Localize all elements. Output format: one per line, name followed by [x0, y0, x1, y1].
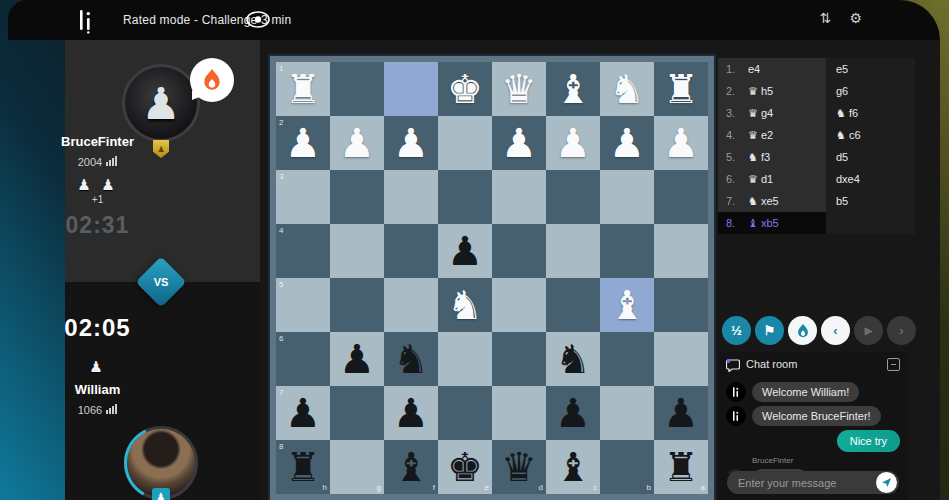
move-white[interactable]: 2.♛h5: [718, 80, 826, 102]
chat-message-input[interactable]: [727, 471, 899, 494]
move-text: f6: [849, 107, 858, 119]
move-row: 8.♝xb5: [718, 212, 915, 234]
square-d6[interactable]: [492, 332, 546, 386]
square-g2[interactable]: ♟: [330, 116, 384, 170]
board-frame: 1♜♚♛♝♞♜2♟♟♟♟♟♟♟34♟5♞♝6♟♞♞7♟♟♟♟8h♜gf♝e♚d♛…: [270, 56, 714, 500]
black-pawn[interactable]: ♟: [285, 393, 321, 433]
piece-icon-knight: ♞: [836, 107, 846, 120]
opponent-name: BruceFinter: [0, 134, 195, 149]
square-a6[interactable]: [654, 332, 708, 386]
move-row: 5.♞f3d5: [718, 146, 915, 168]
square-c8[interactable]: c♝: [546, 440, 600, 494]
square-g5[interactable]: [330, 278, 384, 332]
move-black[interactable]: ♞c6: [826, 124, 915, 146]
square-c3[interactable]: [546, 170, 600, 224]
spectate-eye-icon[interactable]: [246, 11, 270, 28]
move-text: e5: [836, 63, 848, 75]
move-number: 8.: [718, 217, 748, 229]
move-row: 2.♛h5g6: [718, 80, 915, 102]
square-b1[interactable]: ♞: [600, 62, 654, 116]
white-pawn[interactable]: ♟: [609, 123, 645, 163]
send-message-button[interactable]: [876, 472, 897, 493]
system-logo-avatar: [726, 406, 746, 426]
black-knight[interactable]: ♞: [555, 339, 591, 379]
move-row: 6.♛d1dxe4: [718, 168, 915, 190]
piece-icon-knight: ♞: [748, 195, 758, 208]
white-rook[interactable]: ♜: [663, 69, 699, 109]
hint-flame-button[interactable]: [788, 316, 817, 345]
rank-badge-teal: ♟: [152, 488, 170, 500]
square-d8[interactable]: d♛: [492, 440, 546, 494]
square-d2[interactable]: ♟: [492, 116, 546, 170]
square-b8[interactable]: b: [600, 440, 654, 494]
white-pawn[interactable]: ♟: [555, 123, 591, 163]
rank-label: 8: [279, 442, 283, 451]
square-e3[interactable]: [438, 170, 492, 224]
action-buttons: ½⚑‹▶›: [722, 316, 916, 345]
move-white[interactable]: 4.♛e2: [718, 124, 826, 146]
move-black[interactable]: g6: [826, 80, 915, 102]
move-white[interactable]: 3.♛g4: [718, 102, 826, 124]
square-c2[interactable]: ♟: [546, 116, 600, 170]
opponent-captured-pieces: ♟ ♟: [0, 176, 195, 194]
black-rook[interactable]: ♜: [663, 447, 699, 487]
file-label: d: [539, 483, 543, 492]
square-h6[interactable]: 6: [276, 332, 330, 386]
move-white[interactable]: 8.♝xb5: [718, 212, 826, 234]
move-text: dxe4: [836, 173, 860, 185]
move-row: 1.e4e5: [718, 58, 915, 80]
square-a5[interactable]: [654, 278, 708, 332]
square-e4[interactable]: ♟: [438, 224, 492, 278]
black-pawn[interactable]: ♟: [393, 393, 429, 433]
square-g6[interactable]: ♟: [330, 332, 384, 386]
chat-message-row: Welcome BruceFinter!: [726, 406, 900, 426]
square-d5[interactable]: [492, 278, 546, 332]
move-text: b5: [836, 195, 848, 207]
move-white[interactable]: 5.♞f3: [718, 146, 826, 168]
white-queen[interactable]: ♛: [501, 69, 537, 109]
flame-streak-bubble: [190, 58, 234, 102]
black-queen[interactable]: ♛: [501, 447, 537, 487]
square-c4[interactable]: [546, 224, 600, 278]
square-c5[interactable]: [546, 278, 600, 332]
file-label: e: [485, 483, 489, 492]
move-text: xb5: [761, 217, 779, 229]
white-rook[interactable]: ♜: [285, 69, 321, 109]
settings-icon[interactable]: ⚙: [849, 10, 862, 26]
chess-board: 1♜♚♛♝♞♜2♟♟♟♟♟♟♟34♟5♞♝6♟♞♞7♟♟♟♟8h♜gf♝e♚d♛…: [276, 62, 708, 494]
rank-label: 1: [279, 64, 283, 73]
rank-label: 7: [279, 388, 283, 397]
square-b6[interactable]: [600, 332, 654, 386]
chat-header: Chat room: [718, 352, 908, 376]
rank-label: 5: [279, 280, 283, 289]
square-a4[interactable]: [654, 224, 708, 278]
piece-icon-queen: ♛: [748, 173, 758, 186]
square-g1[interactable]: [330, 62, 384, 116]
move-number: 3.: [718, 107, 748, 119]
square-h2[interactable]: 2♟: [276, 116, 330, 170]
piece-icon-queen: ♛: [748, 129, 758, 142]
piece-icon-knight: ♞: [748, 151, 758, 164]
square-c7[interactable]: ♟: [546, 386, 600, 440]
square-g7[interactable]: [330, 386, 384, 440]
square-f4[interactable]: [384, 224, 438, 278]
square-e1[interactable]: ♚: [438, 62, 492, 116]
square-f8[interactable]: f♝: [384, 440, 438, 494]
move-black[interactable]: b5: [826, 190, 915, 212]
chat-bubble: Welcome William!: [752, 382, 859, 402]
move-text: e4: [748, 63, 760, 75]
chat-message-row: Welcome William!: [726, 382, 900, 402]
rank-label: 6: [279, 334, 283, 343]
move-white[interactable]: 6.♛d1: [718, 168, 826, 190]
white-king[interactable]: ♚: [447, 69, 483, 109]
opponent-clock: 02:31: [0, 212, 195, 239]
chat-message-row: Nice try: [726, 430, 900, 452]
player-name: William: [0, 382, 195, 397]
move-black[interactable]: e5: [826, 58, 915, 80]
chat-bubble: Nice try: [837, 430, 900, 452]
flame-icon: [201, 68, 223, 92]
topbar: Rated mode - Challenge 3 min ⇅ ⚙: [8, 0, 940, 40]
move-row: 3.♛g4♞f6: [718, 102, 915, 124]
rating-bars-icon: [106, 156, 117, 166]
square-h8[interactable]: 8h♜: [276, 440, 330, 494]
white-bishop[interactable]: ♝: [555, 69, 591, 109]
square-d1[interactable]: ♛: [492, 62, 546, 116]
app-logo-icon: [76, 8, 98, 34]
move-number: 1.: [718, 63, 748, 75]
move-text: g6: [836, 85, 848, 97]
rating-bars-icon: [106, 404, 117, 414]
move-text: d5: [836, 151, 848, 163]
move-text: xe5: [761, 195, 779, 207]
system-logo-avatar: [726, 382, 746, 402]
forward-move-button: ›: [887, 316, 916, 345]
move-text: f3: [761, 151, 770, 163]
move-text: g4: [761, 107, 773, 119]
player-rating: 1066: [0, 404, 195, 416]
square-g4[interactable]: [330, 224, 384, 278]
resign-button[interactable]: ⚑: [755, 316, 784, 345]
white-pawn[interactable]: ♟: [663, 123, 699, 163]
black-bishop[interactable]: ♝: [393, 447, 429, 487]
app: Rated mode - Challenge 3 min ⇅ ⚙ ♟ ♟ Bru…: [0, 0, 949, 500]
chat-bubble-icon: [726, 358, 740, 370]
white-knight[interactable]: ♞: [609, 69, 645, 109]
white-pawn[interactable]: ♟: [285, 123, 321, 163]
square-b5[interactable]: ♝: [600, 278, 654, 332]
square-f6[interactable]: ♞: [384, 332, 438, 386]
chat-messages: Welcome William!Welcome BruceFinter!Nice…: [718, 378, 908, 474]
black-king[interactable]: ♚: [447, 447, 483, 487]
square-a1[interactable]: ♜: [654, 62, 708, 116]
square-d4[interactable]: [492, 224, 546, 278]
move-number: 4.: [718, 129, 748, 141]
move-number: 5.: [718, 151, 748, 163]
move-row: 7.♞xe5b5: [718, 190, 915, 212]
black-pawn[interactable]: ♟: [447, 231, 483, 271]
collapse-chat-icon[interactable]: [887, 358, 900, 371]
rank-label: 3: [279, 172, 283, 181]
square-h1[interactable]: 1♜: [276, 62, 330, 116]
square-c6[interactable]: ♞: [546, 332, 600, 386]
chat-bubble: Welcome BruceFinter!: [752, 406, 881, 426]
rank-label: 4: [279, 226, 283, 235]
file-label: h: [323, 483, 327, 492]
black-rook[interactable]: ♜: [285, 447, 321, 487]
white-pawn[interactable]: ♟: [339, 123, 375, 163]
square-e2[interactable]: [438, 116, 492, 170]
square-b7[interactable]: [600, 386, 654, 440]
white-pawn[interactable]: ♟: [501, 123, 537, 163]
material-advantage: +1: [0, 194, 195, 205]
square-a8[interactable]: a♜: [654, 440, 708, 494]
move-text: h5: [761, 85, 773, 97]
file-label: f: [433, 483, 435, 492]
square-d7[interactable]: [492, 386, 546, 440]
black-pawn[interactable]: ♟: [663, 393, 699, 433]
square-f2[interactable]: ♟: [384, 116, 438, 170]
square-f3[interactable]: [384, 170, 438, 224]
square-c1[interactable]: ♝: [546, 62, 600, 116]
move-text: d1: [761, 173, 773, 185]
piece-icon-queen: ♛: [748, 85, 758, 98]
move-white[interactable]: 7.♞xe5: [718, 190, 826, 212]
square-h7[interactable]: 7♟: [276, 386, 330, 440]
player-clock: 02:05: [0, 314, 195, 342]
vs-diamond: VS: [136, 257, 187, 308]
move-number: 6.: [718, 173, 748, 185]
piece-icon-bishop: ♝: [748, 217, 758, 230]
opponent-rating: 2004: [0, 156, 195, 168]
square-f7[interactable]: ♟: [384, 386, 438, 440]
flip-board-icon[interactable]: ⇅: [820, 10, 832, 26]
player-captured-pieces: ♟: [0, 358, 195, 376]
move-number: 2.: [718, 85, 748, 97]
square-f5[interactable]: [384, 278, 438, 332]
square-e6[interactable]: [438, 332, 492, 386]
move-black[interactable]: ♞f6: [826, 102, 915, 124]
chat-panel: Chat room Welcome William!Welcome BruceF…: [718, 352, 908, 500]
rank-label: 2: [279, 118, 283, 127]
square-e8[interactable]: e♚: [438, 440, 492, 494]
square-h5[interactable]: 5: [276, 278, 330, 332]
white-bishop[interactable]: ♝: [609, 285, 645, 325]
file-label: a: [701, 483, 705, 492]
square-e7[interactable]: [438, 386, 492, 440]
chat-title: Chat room: [746, 358, 797, 370]
move-white[interactable]: 1.e4: [718, 58, 826, 80]
square-a7[interactable]: ♟: [654, 386, 708, 440]
square-b4[interactable]: [600, 224, 654, 278]
black-pawn[interactable]: ♟: [339, 339, 375, 379]
square-a3[interactable]: [654, 170, 708, 224]
move-text: e2: [761, 129, 773, 141]
square-a2[interactable]: ♟: [654, 116, 708, 170]
piece-icon-queen: ♛: [748, 107, 758, 120]
move-black[interactable]: [826, 212, 915, 234]
move-list: 1.e4e52.♛h5g63.♛g4♞f64.♛e2♞c65.♞f3d56.♛d…: [718, 58, 915, 234]
move-text: c6: [849, 129, 861, 141]
back-move-button[interactable]: ‹: [821, 316, 850, 345]
square-e5[interactable]: ♞: [438, 278, 492, 332]
white-knight[interactable]: ♞: [447, 285, 483, 325]
white-pawn[interactable]: ♟: [393, 123, 429, 163]
move-row: 4.♛e2♞c6: [718, 124, 915, 146]
square-b3[interactable]: [600, 170, 654, 224]
chat-author-label: BruceFinter: [752, 456, 908, 465]
square-h3[interactable]: 3: [276, 170, 330, 224]
black-knight[interactable]: ♞: [393, 339, 429, 379]
file-label: g: [377, 483, 381, 492]
square-d3[interactable]: [492, 170, 546, 224]
move-black[interactable]: d5: [826, 146, 915, 168]
file-label: b: [647, 483, 651, 492]
square-g8[interactable]: g: [330, 440, 384, 494]
square-g3[interactable]: [330, 170, 384, 224]
file-label: c: [593, 483, 597, 492]
black-pawn[interactable]: ♟: [555, 393, 591, 433]
avatar-pawn-photo: ♟: [141, 78, 180, 129]
square-f1[interactable]: [384, 62, 438, 116]
draw-offer-button[interactable]: ½: [722, 316, 751, 345]
square-h4[interactable]: 4: [276, 224, 330, 278]
square-b2[interactable]: ♟: [600, 116, 654, 170]
piece-icon-knight: ♞: [836, 129, 846, 142]
play-moves-button: ▶: [854, 316, 883, 345]
black-bishop[interactable]: ♝: [555, 447, 591, 487]
move-black[interactable]: dxe4: [826, 168, 915, 190]
avatar-brucefinter[interactable]: ♟: [122, 64, 200, 142]
move-number: 7.: [718, 195, 748, 207]
